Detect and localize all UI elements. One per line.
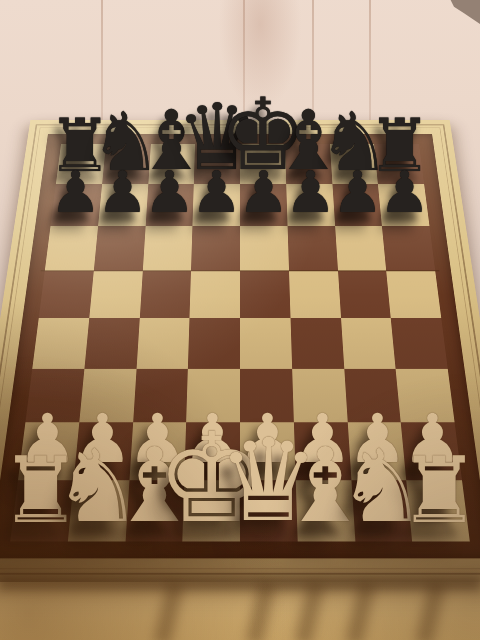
square-e5[interactable]	[240, 270, 290, 317]
square-g6[interactable]	[335, 226, 387, 271]
square-e4[interactable]	[240, 318, 292, 369]
square-e6[interactable]	[240, 226, 289, 271]
piece-black-pawn-d7[interactable]: ♟	[191, 164, 243, 222]
square-c5[interactable]	[139, 270, 191, 317]
square-h6[interactable]	[382, 226, 435, 271]
piece-black-pawn-a7[interactable]: ♟	[50, 164, 102, 222]
piece-cast-shadow	[415, 582, 446, 640]
square-h5[interactable]	[386, 270, 441, 317]
square-f5[interactable]	[289, 270, 341, 317]
piece-black-pawn-e7[interactable]: ♟	[238, 164, 290, 222]
square-b6[interactable]	[94, 226, 146, 271]
piece-cast-shadow	[153, 582, 184, 640]
square-c6[interactable]	[142, 226, 192, 271]
square-f6[interactable]	[287, 226, 337, 271]
square-g5[interactable]	[338, 270, 391, 317]
square-b5[interactable]	[89, 270, 142, 317]
piece-black-pawn-c7[interactable]: ♟	[144, 164, 196, 222]
table-object-corner	[438, 0, 480, 24]
square-d6[interactable]	[191, 226, 240, 271]
square-d4[interactable]	[188, 318, 240, 369]
square-a6[interactable]	[45, 226, 98, 271]
square-c4[interactable]	[136, 318, 190, 369]
square-b4[interactable]	[84, 318, 139, 369]
square-h4[interactable]	[391, 318, 448, 369]
square-g4[interactable]	[341, 318, 396, 369]
square-a5[interactable]	[39, 270, 94, 317]
piece-black-pawn-h7[interactable]: ♟	[379, 164, 431, 222]
piece-white-rook-h1[interactable]: ♜	[398, 445, 480, 536]
piece-black-pawn-g7[interactable]: ♟	[332, 164, 384, 222]
photo-background: ♜♞♝♛♚♝♞♜♟♟♟♟♟♟♟♟♟♟♟♟♟♟♟♟♜♞♝♚♛♝♞♜	[0, 0, 480, 640]
piece-cast-shadow	[245, 582, 276, 640]
piece-black-pawn-b7[interactable]: ♟	[97, 164, 149, 222]
board-edge-shadow	[0, 577, 480, 590]
square-d5[interactable]	[190, 270, 240, 317]
square-a4[interactable]	[32, 318, 89, 369]
piece-black-pawn-f7[interactable]: ♟	[285, 164, 337, 222]
piece-cast-shadow	[345, 582, 376, 640]
piece-cast-shadow	[294, 582, 325, 640]
square-f4[interactable]	[290, 318, 344, 369]
